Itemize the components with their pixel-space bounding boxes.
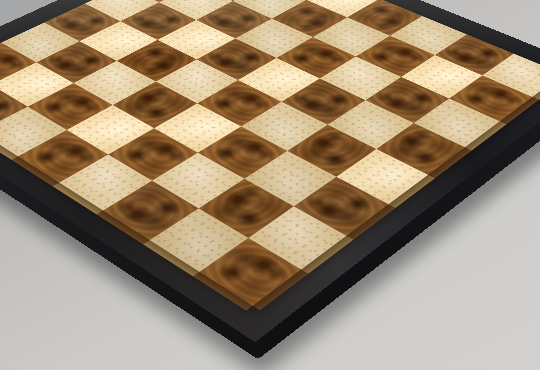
scene — [0, 0, 540, 370]
